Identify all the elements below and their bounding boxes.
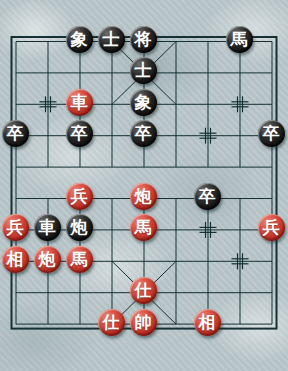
black-pawn[interactable]: 卒 [130, 120, 157, 147]
black-pawn[interactable]: 卒 [2, 120, 29, 147]
piece-glyph: 炮 [71, 219, 88, 236]
piece-glyph: 相 [199, 314, 216, 331]
piece-glyph: 相 [7, 251, 24, 268]
piece-glyph: 炮 [39, 251, 56, 268]
black-elephant[interactable]: 象 [66, 26, 93, 53]
xiangqi-board-screen: 象士将馬士車象卒卒卒卒兵炮卒兵車炮馬兵相炮馬仕仕帥相 [0, 0, 288, 371]
piece-glyph: 車 [39, 219, 56, 236]
red-chariot[interactable]: 車 [66, 89, 93, 116]
piece-glyph: 卒 [71, 125, 88, 142]
piece-glyph: 帥 [135, 314, 152, 331]
red-general[interactable]: 帥 [130, 309, 157, 336]
red-cannon[interactable]: 炮 [34, 246, 61, 273]
black-elephant[interactable]: 象 [130, 89, 157, 116]
piece-glyph: 仕 [103, 314, 120, 331]
piece-glyph: 卒 [199, 188, 216, 205]
piece-glyph: 炮 [135, 188, 152, 205]
black-pawn[interactable]: 卒 [258, 120, 285, 147]
piece-glyph: 象 [135, 94, 152, 111]
piece-glyph: 卒 [135, 125, 152, 142]
black-chariot[interactable]: 車 [34, 214, 61, 241]
piece-glyph: 馬 [231, 31, 248, 48]
pieces-layer: 象士将馬士車象卒卒卒卒兵炮卒兵車炮馬兵相炮馬仕仕帥相 [0, 0, 288, 371]
piece-glyph: 馬 [135, 219, 152, 236]
piece-glyph: 士 [135, 62, 152, 79]
black-horse[interactable]: 馬 [226, 26, 253, 53]
black-pawn[interactable]: 卒 [194, 183, 221, 210]
piece-glyph: 兵 [263, 219, 280, 236]
red-cannon[interactable]: 炮 [130, 183, 157, 210]
piece-glyph: 車 [71, 94, 88, 111]
red-advisor[interactable]: 仕 [98, 309, 125, 336]
piece-glyph: 兵 [71, 188, 88, 205]
piece-glyph: 象 [71, 31, 88, 48]
red-pawn[interactable]: 兵 [2, 214, 29, 241]
piece-glyph: 将 [135, 31, 152, 48]
piece-glyph: 卒 [7, 125, 24, 142]
red-horse[interactable]: 馬 [130, 214, 157, 241]
red-elephant[interactable]: 相 [2, 246, 29, 273]
black-advisor[interactable]: 士 [98, 26, 125, 53]
piece-glyph: 兵 [7, 219, 24, 236]
piece-glyph: 卒 [263, 125, 280, 142]
black-general[interactable]: 将 [130, 26, 157, 53]
black-cannon[interactable]: 炮 [66, 214, 93, 241]
red-advisor[interactable]: 仕 [130, 277, 157, 304]
piece-glyph: 仕 [135, 282, 152, 299]
red-pawn[interactable]: 兵 [66, 183, 93, 210]
red-horse[interactable]: 馬 [66, 246, 93, 273]
black-pawn[interactable]: 卒 [66, 120, 93, 147]
piece-glyph: 士 [103, 31, 120, 48]
red-pawn[interactable]: 兵 [258, 214, 285, 241]
piece-glyph: 馬 [71, 251, 88, 268]
black-advisor[interactable]: 士 [130, 57, 157, 84]
red-elephant[interactable]: 相 [194, 309, 221, 336]
